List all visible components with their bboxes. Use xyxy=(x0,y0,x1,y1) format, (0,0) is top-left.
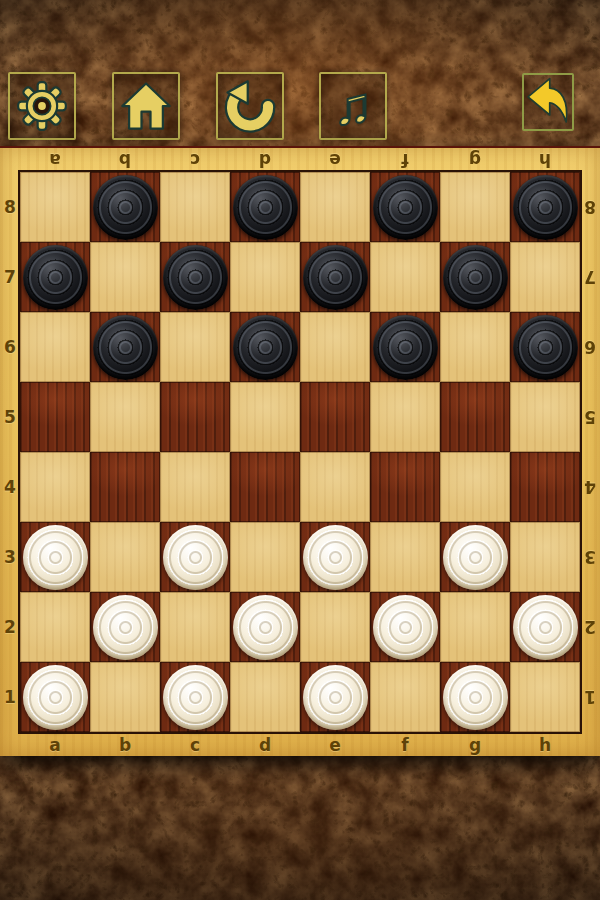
undo-button[interactable] xyxy=(216,72,284,140)
black-piece-f8[interactable] xyxy=(373,175,438,240)
rank-label-right-4: 4 xyxy=(580,477,600,497)
file-label-bottom-a: a xyxy=(45,735,65,755)
square-a2[interactable] xyxy=(20,592,90,662)
square-d6[interactable] xyxy=(230,312,300,382)
square-b4[interactable] xyxy=(90,452,160,522)
black-piece-c7[interactable] xyxy=(163,245,228,310)
square-a4[interactable] xyxy=(20,452,90,522)
square-a5[interactable] xyxy=(20,382,90,452)
home-button[interactable] xyxy=(112,72,180,140)
square-f7[interactable] xyxy=(370,242,440,312)
white-piece-b2[interactable] xyxy=(93,595,158,660)
settings-button[interactable] xyxy=(8,72,76,140)
square-f3[interactable] xyxy=(370,522,440,592)
square-g8[interactable] xyxy=(440,172,510,242)
white-piece-a1[interactable] xyxy=(23,665,88,730)
white-piece-g1[interactable] xyxy=(443,665,508,730)
square-g6[interactable] xyxy=(440,312,510,382)
square-c6[interactable] xyxy=(160,312,230,382)
square-h3[interactable] xyxy=(510,522,580,592)
file-label-top-c: c xyxy=(185,150,205,170)
rank-label-left-1: 1 xyxy=(0,687,20,707)
square-b7[interactable] xyxy=(90,242,160,312)
square-h4[interactable] xyxy=(510,452,580,522)
white-piece-c1[interactable] xyxy=(163,665,228,730)
file-label-top-a: a xyxy=(45,150,65,170)
file-label-bottom-b: b xyxy=(115,735,135,755)
rank-label-left-3: 3 xyxy=(0,547,20,567)
square-h7[interactable] xyxy=(510,242,580,312)
square-f6[interactable] xyxy=(370,312,440,382)
gear-icon xyxy=(16,80,68,132)
rank-label-left-6: 6 xyxy=(0,337,20,357)
undo-rotate-icon xyxy=(223,79,277,133)
white-piece-f2[interactable] xyxy=(373,595,438,660)
black-piece-b8[interactable] xyxy=(93,175,158,240)
square-g7[interactable] xyxy=(440,242,510,312)
square-d3[interactable] xyxy=(230,522,300,592)
file-label-bottom-h: h xyxy=(535,735,555,755)
black-piece-d6[interactable] xyxy=(233,315,298,380)
black-piece-g7[interactable] xyxy=(443,245,508,310)
rank-label-right-1: 1 xyxy=(580,687,600,707)
file-label-bottom-f: f xyxy=(395,735,415,755)
square-e3[interactable] xyxy=(300,522,370,592)
square-b5[interactable] xyxy=(90,382,160,452)
square-d7[interactable] xyxy=(230,242,300,312)
square-d5[interactable] xyxy=(230,382,300,452)
black-piece-f6[interactable] xyxy=(373,315,438,380)
black-piece-h8[interactable] xyxy=(513,175,578,240)
square-e2[interactable] xyxy=(300,592,370,662)
back-button[interactable] xyxy=(522,73,574,131)
white-piece-a3[interactable] xyxy=(23,525,88,590)
white-piece-c3[interactable] xyxy=(163,525,228,590)
square-d2[interactable] xyxy=(230,592,300,662)
file-label-bottom-c: c xyxy=(185,735,205,755)
file-label-top-g: g xyxy=(465,150,485,170)
square-e4[interactable] xyxy=(300,452,370,522)
square-f1[interactable] xyxy=(370,662,440,732)
square-a7[interactable] xyxy=(20,242,90,312)
square-g3[interactable] xyxy=(440,522,510,592)
white-piece-g3[interactable] xyxy=(443,525,508,590)
rank-label-right-6: 6 xyxy=(580,337,600,357)
square-d1[interactable] xyxy=(230,662,300,732)
file-label-bottom-e: e xyxy=(325,735,345,755)
rank-label-left-5: 5 xyxy=(0,407,20,427)
square-g5[interactable] xyxy=(440,382,510,452)
square-a8[interactable] xyxy=(20,172,90,242)
square-b6[interactable] xyxy=(90,312,160,382)
rank-label-left-7: 7 xyxy=(0,267,20,287)
square-e1[interactable] xyxy=(300,662,370,732)
file-label-bottom-d: d xyxy=(255,735,275,755)
square-c2[interactable] xyxy=(160,592,230,662)
square-a1[interactable] xyxy=(20,662,90,732)
file-label-bottom-g: g xyxy=(465,735,485,755)
square-h1[interactable] xyxy=(510,662,580,732)
music-note-icon: ♫ xyxy=(334,80,373,132)
square-c3[interactable] xyxy=(160,522,230,592)
file-label-top-f: f xyxy=(395,150,415,170)
black-piece-e7[interactable] xyxy=(303,245,368,310)
back-arrow-icon xyxy=(525,76,571,128)
white-piece-h2[interactable] xyxy=(513,595,578,660)
black-piece-d8[interactable] xyxy=(233,175,298,240)
square-e6[interactable] xyxy=(300,312,370,382)
square-f2[interactable] xyxy=(370,592,440,662)
square-c7[interactable] xyxy=(160,242,230,312)
square-e8[interactable] xyxy=(300,172,370,242)
square-g2[interactable] xyxy=(440,592,510,662)
home-icon xyxy=(119,79,173,133)
square-d4[interactable] xyxy=(230,452,300,522)
file-label-top-h: h xyxy=(535,150,555,170)
square-a3[interactable] xyxy=(20,522,90,592)
rank-label-right-8: 8 xyxy=(580,197,600,217)
white-piece-e1[interactable] xyxy=(303,665,368,730)
square-e5[interactable] xyxy=(300,382,370,452)
square-c4[interactable] xyxy=(160,452,230,522)
square-b1[interactable] xyxy=(90,662,160,732)
rank-label-left-2: 2 xyxy=(0,617,20,637)
square-g1[interactable] xyxy=(440,662,510,732)
file-label-top-e: e xyxy=(325,150,345,170)
square-g4[interactable] xyxy=(440,452,510,522)
square-b8[interactable] xyxy=(90,172,160,242)
black-piece-h6[interactable] xyxy=(513,315,578,380)
square-f8[interactable] xyxy=(370,172,440,242)
rank-label-right-5: 5 xyxy=(580,407,600,427)
square-e7[interactable] xyxy=(300,242,370,312)
file-label-top-b: b xyxy=(115,150,135,170)
square-h6[interactable] xyxy=(510,312,580,382)
rank-label-right-3: 3 xyxy=(580,547,600,567)
square-h8[interactable] xyxy=(510,172,580,242)
square-c8[interactable] xyxy=(160,172,230,242)
square-f5[interactable] xyxy=(370,382,440,452)
square-b3[interactable] xyxy=(90,522,160,592)
board-grid xyxy=(20,172,580,732)
black-piece-b6[interactable] xyxy=(93,315,158,380)
file-label-top-d: d xyxy=(255,150,275,170)
app-screen: ♫ aabbccddeeffgghh8877665544332211 xyxy=(0,0,600,900)
square-c1[interactable] xyxy=(160,662,230,732)
square-d8[interactable] xyxy=(230,172,300,242)
rank-label-left-8: 8 xyxy=(0,197,20,217)
rank-label-right-2: 2 xyxy=(580,617,600,637)
square-h2[interactable] xyxy=(510,592,580,662)
square-a6[interactable] xyxy=(20,312,90,382)
square-f4[interactable] xyxy=(370,452,440,522)
square-c5[interactable] xyxy=(160,382,230,452)
black-piece-a7[interactable] xyxy=(23,245,88,310)
rank-label-left-4: 4 xyxy=(0,477,20,497)
sound-button[interactable]: ♫ xyxy=(319,72,387,140)
square-b2[interactable] xyxy=(90,592,160,662)
white-piece-e3[interactable] xyxy=(303,525,368,590)
rank-label-right-7: 7 xyxy=(580,267,600,287)
checkers-board: aabbccddeeffgghh8877665544332211 xyxy=(0,146,600,756)
square-h5[interactable] xyxy=(510,382,580,452)
white-piece-d2[interactable] xyxy=(233,595,298,660)
